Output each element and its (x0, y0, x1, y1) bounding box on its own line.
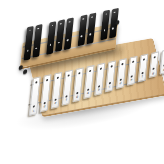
note-label: f (63, 98, 70, 102)
mounting-pin (89, 33, 91, 35)
note-label: a (161, 68, 164, 72)
mounting-pin (60, 22, 62, 24)
mounting-pin (51, 24, 53, 26)
mounting-pin (78, 71, 80, 74)
mounting-pin (104, 29, 106, 31)
mounting-pin (81, 35, 83, 37)
note-label: e (128, 78, 135, 82)
mounting-pin (89, 69, 91, 72)
white-bar: b (94, 63, 105, 96)
mounting-pin (91, 16, 93, 18)
note-label: d (117, 81, 124, 85)
mounting-pin (49, 44, 51, 46)
mounting-pin (57, 76, 59, 79)
product-photo: cdefgabcdefga (0, 0, 164, 164)
mounting-pin (121, 62, 123, 65)
black-bar (32, 24, 42, 58)
mounting-pin (29, 29, 31, 31)
mounting-pin (36, 81, 38, 84)
mounting-pin (112, 27, 114, 29)
mounting-pin (58, 41, 60, 43)
note-label: b (95, 88, 102, 92)
note-label: g (150, 71, 157, 75)
mounting-pin (143, 58, 145, 61)
note-label: c (30, 108, 37, 112)
black-bar (86, 13, 96, 44)
white-bar: f (138, 53, 149, 81)
rubber-foot (115, 20, 119, 24)
black-bar (63, 17, 73, 50)
mounting-pin (68, 74, 70, 77)
note-label: d (41, 105, 48, 109)
white-bar: g (72, 67, 84, 102)
note-label: e (52, 102, 59, 106)
mounting-pin (111, 65, 113, 68)
white-bar: a (83, 65, 95, 99)
mounting-pin (38, 27, 40, 29)
mounting-pin (27, 50, 29, 52)
note-label: c (106, 85, 113, 89)
mounting-pin (132, 60, 134, 63)
mounting-pin (35, 47, 37, 49)
mounting-pin (46, 78, 48, 81)
mounting-pin (100, 67, 102, 70)
note-label: f (139, 75, 146, 79)
white-bar: a (159, 49, 164, 75)
mounting-pin (69, 21, 71, 23)
mounting-pin (105, 13, 107, 15)
mounting-pin (67, 39, 69, 41)
mounting-pin (83, 18, 85, 20)
rubber-foot (23, 69, 27, 73)
note-label: a (85, 91, 92, 95)
mounting-pin (114, 11, 116, 13)
mounting-pin (154, 55, 156, 58)
note-label: g (74, 95, 81, 99)
